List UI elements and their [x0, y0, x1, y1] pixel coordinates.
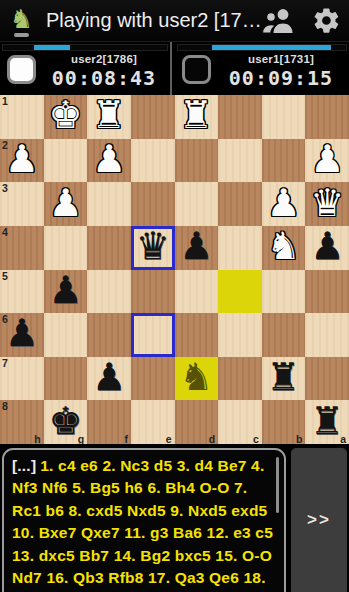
black-time-bar-fill: [212, 45, 331, 50]
square-c8[interactable]: c: [218, 400, 262, 444]
square-g3[interactable]: ♟: [44, 182, 88, 226]
title-bar: ♞ Playing with user2 [17…: [0, 0, 349, 42]
rank-label-5: 5: [2, 270, 8, 282]
square-h7[interactable]: 7: [0, 357, 44, 401]
square-g6[interactable]: [44, 313, 88, 357]
square-a3[interactable]: ♛: [305, 182, 349, 226]
piece-white-P-h2: ♟: [5, 138, 39, 181]
square-b2[interactable]: [262, 139, 306, 183]
move-list: [...]1. c4 e6 2. Nc3 d5 3. d4 Be7 4. Nf3…: [12, 455, 274, 592]
square-d7[interactable]: ♞: [175, 357, 219, 401]
black-player-name: user1[1731]: [215, 53, 347, 65]
square-c6[interactable]: [218, 313, 262, 357]
square-d8[interactable]: d: [175, 400, 219, 444]
black-player-clock-panel: user1[1731] 00:09:15: [175, 42, 349, 95]
square-d2[interactable]: [175, 139, 219, 183]
square-e4[interactable]: ♛: [131, 226, 175, 270]
square-a6[interactable]: [305, 313, 349, 357]
square-b7[interactable]: ♜: [262, 357, 306, 401]
piece-white-P-b3: ♟: [267, 182, 301, 225]
knight-logo-base: [14, 33, 29, 37]
square-d4[interactable]: ♟: [175, 226, 219, 270]
square-f5[interactable]: [87, 270, 131, 314]
move-list-text: 1. c4 e6 2. Nc3 d5 3. d4 Be7 4. Nf3 Nf6 …: [12, 457, 273, 592]
square-g7[interactable]: [44, 357, 88, 401]
square-a1[interactable]: [305, 95, 349, 139]
black-player-icon: [182, 55, 211, 84]
piece-black-P-f7: ♟: [92, 356, 126, 399]
page-title: Playing with user2 [17…: [46, 9, 261, 32]
square-f4[interactable]: [87, 226, 131, 270]
square-h6[interactable]: ♟6: [0, 313, 44, 357]
gear-icon[interactable]: [312, 6, 341, 35]
square-e1[interactable]: [131, 95, 175, 139]
piece-white-P-f2: ♟: [92, 138, 126, 181]
square-e8[interactable]: e: [131, 400, 175, 444]
square-h3[interactable]: 3: [0, 182, 44, 226]
square-h5[interactable]: 5: [0, 270, 44, 314]
square-e5[interactable]: [131, 270, 175, 314]
piece-white-R-f1: ♜: [92, 94, 126, 137]
white-time-bar: [2, 44, 168, 51]
piece-black-P-a4: ♟: [310, 225, 344, 268]
bottom-section: [...]1. c4 e6 2. Nc3 d5 3. d4 Be7 4. Nf3…: [0, 444, 349, 592]
piece-black-R-a8: ♜: [310, 400, 344, 443]
knight-logo-glyph: ♞: [10, 4, 33, 34]
white-player-time: 00:08:43: [40, 66, 168, 90]
black-time-bar: [177, 44, 347, 51]
app-logo-knight-icon: ♞: [3, 2, 40, 40]
move-list-scrollbar[interactable]: [276, 457, 279, 513]
square-b6[interactable]: [262, 313, 306, 357]
piece-white-Q-a3: ♛: [310, 182, 344, 225]
square-c5[interactable]: [218, 270, 262, 314]
piece-white-N-b4: ♞: [267, 225, 301, 268]
square-c1[interactable]: [218, 95, 262, 139]
square-h8[interactable]: 8h: [0, 400, 44, 444]
white-player-icon: [7, 55, 36, 84]
square-g8[interactable]: ♚g: [44, 400, 88, 444]
square-h4[interactable]: 4: [0, 226, 44, 270]
move-list-panel[interactable]: [...]1. c4 e6 2. Nc3 d5 3. d4 Be7 4. Nf3…: [2, 448, 286, 592]
piece-black-P-d4: ♟: [179, 225, 213, 268]
square-d5[interactable]: [175, 270, 219, 314]
rank-label-8: 8: [2, 400, 8, 412]
people-icon[interactable]: [261, 7, 296, 34]
square-e7[interactable]: [131, 357, 175, 401]
square-c2[interactable]: [218, 139, 262, 183]
chess-app-screen: ♞ Playing with user2 [17…: [0, 0, 349, 592]
square-c4[interactable]: [218, 226, 262, 270]
forward-button-label: >>: [307, 510, 331, 592]
square-e6[interactable]: [131, 313, 175, 357]
square-g5[interactable]: ♟: [44, 270, 88, 314]
square-f6[interactable]: [87, 313, 131, 357]
square-f8[interactable]: f: [87, 400, 131, 444]
piece-white-K-g1: ♚: [48, 94, 82, 137]
square-g1[interactable]: ♚: [44, 95, 88, 139]
rank-label-6: 6: [2, 313, 8, 325]
square-a4[interactable]: ♟: [305, 226, 349, 270]
clock-section: user2[1786] 00:08:43 user1[1731] 00:09:1…: [0, 42, 349, 95]
forward-button[interactable]: >>: [291, 448, 347, 592]
white-player-clock-panel: user2[1786] 00:08:43: [0, 42, 172, 95]
square-d3[interactable]: [175, 182, 219, 226]
white-time-bar-fill: [34, 45, 70, 50]
rank-label-4: 4: [2, 226, 8, 238]
square-d1[interactable]: ♜: [175, 95, 219, 139]
piece-white-P-a2: ♟: [310, 138, 344, 181]
black-player-time: 00:09:15: [215, 66, 347, 90]
rank-label-2: 2: [2, 139, 8, 151]
square-a2[interactable]: ♟: [305, 139, 349, 183]
square-a7[interactable]: [305, 357, 349, 401]
square-c7[interactable]: [218, 357, 262, 401]
white-player-name: user2[1786]: [40, 53, 168, 65]
square-c3[interactable]: [218, 182, 262, 226]
square-h2[interactable]: ♟2: [0, 139, 44, 183]
rank-label-1: 1: [2, 95, 8, 107]
piece-black-N-d7: ♞: [179, 356, 213, 399]
square-b4[interactable]: ♞: [262, 226, 306, 270]
move-list-prefix: [...]: [12, 457, 36, 474]
square-b3[interactable]: ♟: [262, 182, 306, 226]
piece-black-P-g5: ♟: [48, 269, 82, 312]
square-f7[interactable]: ♟: [87, 357, 131, 401]
square-b5[interactable]: [262, 270, 306, 314]
square-d6[interactable]: [175, 313, 219, 357]
square-f2[interactable]: ♟: [87, 139, 131, 183]
rank-label-7: 7: [2, 357, 8, 369]
square-a8[interactable]: ♜a: [305, 400, 349, 444]
piece-white-R-d1: ♜: [179, 94, 213, 137]
square-b8[interactable]: b: [262, 400, 306, 444]
square-g4[interactable]: [44, 226, 88, 270]
chess-board: 1♚♜♜♟2♟♟3♟♟♛4♛♟♞♟5♟♟67♟♞♜8h♚gfedcb♜a: [0, 95, 349, 444]
piece-black-P-h6: ♟: [5, 312, 39, 355]
rank-label-3: 3: [2, 182, 8, 194]
square-g2[interactable]: [44, 139, 88, 183]
square-b1[interactable]: [262, 95, 306, 139]
piece-black-Q-e4: ♛: [136, 225, 170, 268]
square-f1[interactable]: ♜: [87, 95, 131, 139]
piece-black-R-b7: ♜: [267, 356, 301, 399]
square-f3[interactable]: [87, 182, 131, 226]
square-e2[interactable]: [131, 139, 175, 183]
square-e3[interactable]: [131, 182, 175, 226]
piece-white-P-g3: ♟: [48, 182, 82, 225]
square-h1[interactable]: 1: [0, 95, 44, 139]
square-a5[interactable]: [305, 270, 349, 314]
